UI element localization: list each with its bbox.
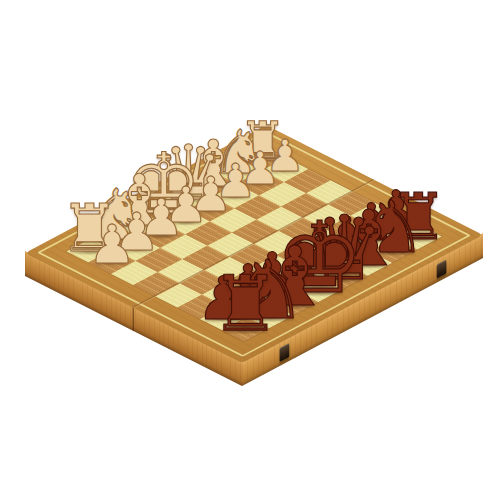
chess-set-product-photo: ♜♟♞♟♝♟♛♟♚♟♝♟♟♞♜♟♟♜♞♟♟♝♟♛♟♚♟♝♟♞♟♜ <box>0 0 500 500</box>
latch-icon <box>280 343 290 362</box>
chess-board <box>25 125 483 363</box>
latch-icon <box>437 259 447 278</box>
fold-seam-notch <box>133 306 134 332</box>
